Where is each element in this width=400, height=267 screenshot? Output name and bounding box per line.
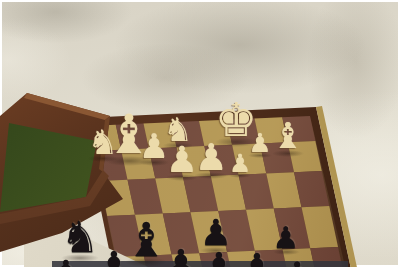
black-pawn-b3[interactable]: ♟: [86, 246, 142, 267]
photo-chess-set-scene: ♚♞♝♟♞♝♟♟♟♟♟♟♞♝♟♟♟♟♟♟: [0, 0, 400, 267]
white-pawn-d6[interactable]: ♟: [157, 142, 207, 178]
white-pawn-f6[interactable]: ♟: [223, 151, 258, 176]
photo-content: ♚♞♝♟♞♝♟♟♟♟♟♟♞♝♟♟♟♟♟♟: [0, 0, 400, 267]
black-pawn-a3[interactable]: ♟: [41, 256, 91, 267]
black-pawn-h3[interactable]: ♟: [270, 257, 323, 267]
